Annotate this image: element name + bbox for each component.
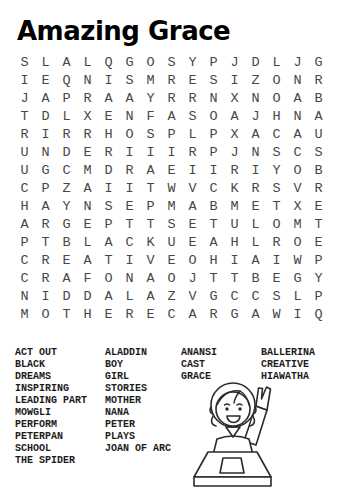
grid-cell-r8c5: I [98,179,119,197]
grid-cell-r14c13: S [266,287,287,305]
grid-cell-r7c8: E [161,161,182,179]
grid-cell-r12c13: I [266,251,287,269]
word-item: JOAN OF ARC [105,443,171,455]
grid-cell-r4c13: H [266,107,287,125]
grid-cell-r1c13: L [266,53,287,71]
grid-cell-r15c7: E [140,305,161,323]
girl-eye-right [238,407,241,410]
girl-eye-left [225,407,228,410]
grid-cell-r5c11: X [224,125,245,143]
grid-cell-r12c11: I [224,251,245,269]
grid-cell-r4c5: E [98,107,119,125]
grid-cell-r5c8: P [161,125,182,143]
grid-cell-r2c10: S [203,71,224,89]
grid-cell-r3c9: R [182,89,203,107]
word-item: PETER [105,419,171,431]
grid-cell-r5c10: P [203,125,224,143]
grid-cell-r14c8: Z [161,287,182,305]
word-item: NANA [105,407,171,419]
grid-cell-r3c14: A [287,89,308,107]
grid-cell-r10c14: M [287,215,308,233]
grid-cell-r10c1: A [14,215,35,233]
grid-cell-r12c15: P [308,251,329,269]
grid-cell-r12c10: H [203,251,224,269]
grid-cell-r8c2: P [35,179,56,197]
grid-cell-r15c15: Q [308,305,329,323]
girl-hand [256,387,271,410]
grid-cell-r3c15: B [308,89,329,107]
grid-cell-r5c4: R [77,125,98,143]
grid-cell-r2c1: I [14,71,35,89]
grid-cell-r4c8: A [161,107,182,125]
grid-cell-r9c15: E [308,197,329,215]
grid-cell-r11c10: A [203,233,224,251]
grid-cell-r10c7: T [140,215,161,233]
page-title: Amazing Grace [17,16,230,46]
grid-cell-r9c8: M [161,197,182,215]
grid-cell-r2c4: N [77,71,98,89]
grid-cell-r9c5: S [98,197,119,215]
grid-cell-r14c9: V [182,287,203,305]
grid-cell-r13c12: B [245,269,266,287]
grid-cell-r2c11: I [224,71,245,89]
grid-cell-r10c11: U [224,215,245,233]
grid-cell-r7c13: Y [266,161,287,179]
grid-cell-r13c11: T [224,269,245,287]
grid-cell-r10c15: T [308,215,329,233]
word-item: MOWGLI [15,407,87,419]
grid-cell-r8c8: W [161,179,182,197]
grid-cell-r1c1: S [14,53,35,71]
word-item: INSPIRING [15,383,87,395]
word-item: THE SPIDER [15,455,87,467]
grid-cell-r4c9: S [182,107,203,125]
grid-cell-r6c11: J [224,143,245,161]
grid-cell-r10c13: O [266,215,287,233]
grid-cell-r14c12: C [245,287,266,305]
grid-cell-r1c14: J [287,53,308,71]
grid-cell-r9c10: B [203,197,224,215]
grid-cell-r2c5: I [98,71,119,89]
grid-cell-r11c6: C [119,233,140,251]
grid-cell-r4c6: N [119,107,140,125]
grid-cell-r12c14: W [287,251,308,269]
grid-cell-r3c2: A [35,89,56,107]
grid-cell-r3c3: P [56,89,77,107]
grid-cell-r14c2: I [35,287,56,305]
grid-cell-r4c15: A [308,107,329,125]
grid-cell-r1c10: P [203,53,224,71]
grid-cell-r6c10: P [203,143,224,161]
grid-cell-r7c11: R [224,161,245,179]
grid-cell-r5c3: R [56,125,77,143]
grid-cell-r3c13: O [266,89,287,107]
grid-cell-r15c10: R [203,305,224,323]
word-item: ANANSI [181,347,217,359]
grid-cell-r14c6: L [119,287,140,305]
grid-cell-r8c1: C [14,179,35,197]
grid-cell-r12c12: A [245,251,266,269]
grid-cell-r12c3: E [56,251,77,269]
grid-cell-r3c1: J [14,89,35,107]
grid-cell-r2c7: M [140,71,161,89]
grid-cell-r8c11: K [224,179,245,197]
grid-cell-r15c11: G [224,305,245,323]
girl-mouth [227,416,240,423]
grid-cell-r13c2: R [35,269,56,287]
grid-cell-r15c3: T [56,305,77,323]
grid-cell-r5c14: A [287,125,308,143]
grid-cell-r9c11: M [224,197,245,215]
grid-cell-r6c2: N [35,143,56,161]
grid-cell-r9c1: H [14,197,35,215]
grid-cell-r1c4: L [77,53,98,71]
grid-cell-r3c12: N [245,89,266,107]
grid-cell-r10c5: P [98,215,119,233]
word-item: STORIES [105,383,171,395]
grid-cell-r9c12: E [245,197,266,215]
grid-cell-r8c4: A [77,179,98,197]
grid-cell-r13c6: N [119,269,140,287]
word-item: PLAYS [105,431,171,443]
grid-cell-r9c13: T [266,197,287,215]
grid-cell-r5c13: C [266,125,287,143]
grid-cell-r6c5: R [98,143,119,161]
grid-cell-r4c4: X [77,107,98,125]
grid-cell-r8c6: I [119,179,140,197]
grid-cell-r15c2: O [35,305,56,323]
word-list-column-3: ANANSICASTGRACE [181,347,217,383]
grid-cell-r10c6: T [119,215,140,233]
grid-cell-r6c12: N [245,143,266,161]
grid-cell-r11c13: R [266,233,287,251]
grid-cell-r7c10: I [203,161,224,179]
grid-cell-r4c11: A [224,107,245,125]
grid-cell-r1c2: L [35,53,56,71]
grid-cell-r13c8: O [161,269,182,287]
grid-cell-r7c7: A [140,161,161,179]
grid-cell-r13c15: Y [308,269,329,287]
grid-cell-r9c2: A [35,197,56,215]
word-item: MOTHER [105,395,171,407]
grid-cell-r11c7: K [140,233,161,251]
grid-cell-r15c13: W [266,305,287,323]
grid-cell-r8c7: T [140,179,161,197]
grid-cell-r5c15: U [308,125,329,143]
grid-cell-r4c3: L [56,107,77,125]
word-item: CREATIVE [261,359,315,371]
grid-cell-r12c6: I [119,251,140,269]
grid-cell-r7c12: I [245,161,266,179]
grid-cell-r5c2: I [35,125,56,143]
grid-cell-r15c6: R [119,305,140,323]
grid-cell-r2c12: Z [245,71,266,89]
grid-cell-r6c9: R [182,143,203,161]
grid-cell-r2c2: E [35,71,56,89]
grid-cell-r7c3: C [56,161,77,179]
grid-cell-r1c11: J [224,53,245,71]
grid-cell-r8c12: R [245,179,266,197]
grid-cell-r15c4: H [77,305,98,323]
desk-front [194,477,271,486]
grid-cell-r14c11: C [224,287,245,305]
grid-cell-r14c15: P [308,287,329,305]
grid-cell-r15c8: C [161,305,182,323]
grid-cell-r11c12: L [245,233,266,251]
grid-cell-r3c4: R [77,89,98,107]
word-item: CAST [181,359,217,371]
grid-cell-r4c12: J [245,107,266,125]
grid-cell-r11c14: O [287,233,308,251]
grid-cell-r7c2: G [35,161,56,179]
word-list-column-2: ALADDINBOYGIRLSTORIESMOTHERNANAPETERPLAY… [105,347,171,455]
grid-cell-r15c14: I [287,305,308,323]
grid-cell-r8c14: V [287,179,308,197]
grid-cell-r5c6: O [119,125,140,143]
word-item: PERFORM [15,419,87,431]
grid-cell-r2c13: O [266,71,287,89]
grid-cell-r5c5: H [98,125,119,143]
grid-cell-r11c1: P [14,233,35,251]
grid-cell-r6c14: C [287,143,308,161]
grid-cell-r10c12: L [245,215,266,233]
grid-cell-r1c7: O [140,53,161,71]
grid-cell-r8c9: V [182,179,203,197]
grid-cell-r3c10: N [203,89,224,107]
grid-cell-r12c9: O [182,251,203,269]
grid-cell-r10c3: G [56,215,77,233]
desk-panel [220,458,244,473]
grid-cell-r13c7: A [140,269,161,287]
grid-cell-r4c7: F [140,107,161,125]
grid-cell-r13c9: J [182,269,203,287]
grid-cell-r9c4: N [77,197,98,215]
grid-cell-r6c13: S [266,143,287,161]
grid-cell-r13c1: C [14,269,35,287]
grid-cell-r13c3: A [56,269,77,287]
grid-cell-r12c5: T [98,251,119,269]
word-item: BOY [105,359,171,371]
grid-cell-r13c14: G [287,269,308,287]
grid-cell-r13c10: T [203,269,224,287]
grid-cell-r11c4: L [77,233,98,251]
grid-cell-r6c1: U [14,143,35,161]
grid-cell-r2c3: Q [56,71,77,89]
grid-cell-r6c4: E [77,143,98,161]
grid-cell-r4c2: D [35,107,56,125]
grid-cell-r1c9: Y [182,53,203,71]
grid-cell-r13c13: E [266,269,287,287]
grid-cell-r3c6: A [119,89,140,107]
grid-cell-r11c15: E [308,233,329,251]
grid-cell-r11c8: U [161,233,182,251]
grid-cell-r8c3: Z [56,179,77,197]
grid-cell-r13c4: F [77,269,98,287]
grid-cell-r3c11: X [224,89,245,107]
word-item: DREAMS [15,371,87,383]
grid-cell-r11c5: A [98,233,119,251]
grid-cell-r12c1: C [14,251,35,269]
grid-cell-r10c2: R [35,215,56,233]
grid-cell-r9c14: X [287,197,308,215]
word-item: PETERPAN [15,431,87,443]
grid-cell-r5c9: L [182,125,203,143]
grid-cell-r14c3: D [56,287,77,305]
grid-cell-r2c6: S [119,71,140,89]
grid-cell-r6c8: I [161,143,182,161]
grid-cell-r9c7: P [140,197,161,215]
grid-cell-r8c10: C [203,179,224,197]
grid-cell-r12c8: E [161,251,182,269]
grid-cell-r5c1: R [14,125,35,143]
word-item: ALADDIN [105,347,171,359]
grid-cell-r9c6: E [119,197,140,215]
grid-cell-r11c9: E [182,233,203,251]
grid-cell-r1c12: D [245,53,266,71]
grid-cell-r10c4: E [77,215,98,233]
grid-cell-r13c5: O [98,269,119,287]
grid-cell-r7c1: U [14,161,35,179]
grid-cell-r8c15: R [308,179,329,197]
grid-cell-r12c4: A [77,251,98,269]
grid-cell-r2c8: R [161,71,182,89]
grid-cell-r2c9: E [182,71,203,89]
grid-cell-r2c14: N [287,71,308,89]
grid-cell-r3c8: R [161,89,182,107]
grid-cell-r7c5: D [98,161,119,179]
girl-raising-hand-illustration [183,379,293,492]
grid-cell-r15c5: E [98,305,119,323]
grid-cell-r15c12: A [245,305,266,323]
grid-cell-r8c13: S [266,179,287,197]
word-item: BLACK [15,359,87,371]
grid-cell-r6c6: I [119,143,140,161]
grid-cell-r9c9: A [182,197,203,215]
grid-cell-r10c8: S [161,215,182,233]
grid-cell-r14c5: A [98,287,119,305]
word-search-worksheet: Amazing Grace SLALQGOSYPJDLJGIEQNISMRESI… [0,0,354,500]
grid-cell-r7c6: R [119,161,140,179]
grid-cell-r4c10: O [203,107,224,125]
grid-cell-r5c7: S [140,125,161,143]
word-item: ACT OUT [15,347,87,359]
grid-cell-r12c7: V [140,251,161,269]
grid-cell-r9c3: Y [56,197,77,215]
grid-cell-r14c1: N [14,287,35,305]
grid-cell-r7c9: I [182,161,203,179]
word-search-grid: SLALQGOSYPJDLJGIEQNISMRESIZONRJAPRAAYRRN… [14,53,329,323]
grid-cell-r5c12: A [245,125,266,143]
grid-cell-r1c8: S [161,53,182,71]
grid-cell-r6c15: S [308,143,329,161]
grid-cell-r1c3: A [56,53,77,71]
grid-cell-r15c9: A [182,305,203,323]
grid-cell-r1c15: G [308,53,329,71]
grid-cell-r12c2: R [35,251,56,269]
word-list-column-4: BALLERINACREATIVEHIAWATHA [261,347,315,383]
grid-cell-r3c7: Y [140,89,161,107]
grid-cell-r4c14: N [287,107,308,125]
grid-cell-r7c15: B [308,161,329,179]
grid-cell-r1c6: G [119,53,140,71]
word-item: LEADING PART [15,395,87,407]
grid-cell-r14c14: L [287,287,308,305]
grid-cell-r11c11: H [224,233,245,251]
grid-cell-r15c1: M [14,305,35,323]
grid-cell-r10c10: T [203,215,224,233]
grid-cell-r3c5: A [98,89,119,107]
grid-cell-r4c1: T [14,107,35,125]
grid-cell-r7c14: O [287,161,308,179]
grid-cell-r2c15: R [308,71,329,89]
grid-cell-r7c4: M [77,161,98,179]
grid-cell-r14c7: A [140,287,161,305]
word-item: SCHOOL [15,443,87,455]
grid-cell-r14c10: G [203,287,224,305]
grid-cell-r11c2: T [35,233,56,251]
grid-cell-r6c3: D [56,143,77,161]
grid-cell-r14c4: D [77,287,98,305]
grid-cell-r6c7: I [140,143,161,161]
grid-cell-r1c5: Q [98,53,119,71]
word-list-column-1: ACT OUTBLACKDREAMSINSPIRINGLEADING PARTM… [15,347,87,467]
grid-cell-r11c3: B [56,233,77,251]
grid-cell-r10c9: E [182,215,203,233]
word-item: BALLERINA [261,347,315,359]
word-item: GIRL [105,371,171,383]
